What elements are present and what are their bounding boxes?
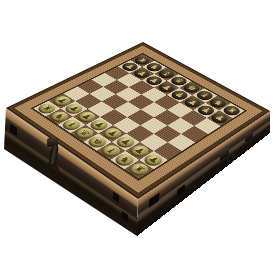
- box-latch: [44, 138, 66, 180]
- finger-joint-notch: [149, 193, 160, 209]
- finger-joint-notch: [113, 191, 120, 203]
- latch-hook-icon: [43, 162, 60, 179]
- finger-joint-notch: [10, 124, 17, 137]
- finger-joint-notch: [177, 184, 185, 196]
- finger-joint-notch: [122, 211, 128, 221]
- box-hinge: [245, 130, 252, 143]
- box-hinge: [220, 146, 229, 161]
- chess-box-photo: ♜♞♝♛♚♝♞♜♟♟♟♟♟♟♟♟♟♟♟♟♟♟♟♟♜♞♝♛♚♝♞♜: [0, 0, 280, 280]
